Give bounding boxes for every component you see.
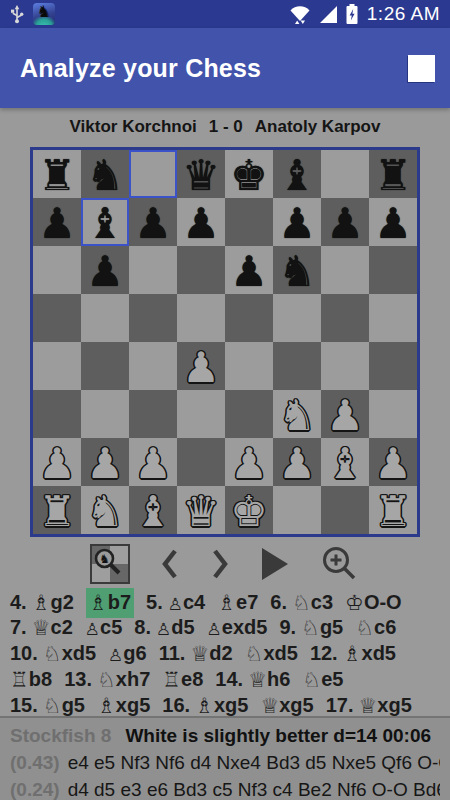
page-title: Analyze your Chess bbox=[20, 54, 408, 83]
black-piece-f7: ♟ bbox=[273, 198, 321, 246]
black-piece-b8: ♞ bbox=[81, 150, 129, 198]
move-text: exd5 bbox=[222, 616, 268, 638]
white-piece-h1: ♜ bbox=[369, 486, 417, 534]
move-c3[interactable]: ♘c3 bbox=[292, 589, 333, 617]
move-number: 8. bbox=[134, 616, 151, 638]
move-c2[interactable]: ♕c2 bbox=[32, 614, 73, 642]
white-piece-b2: ♟ bbox=[81, 438, 129, 486]
move-list[interactable]: 4.♗g2♗b75.♙c4♗e76.♘c3♔O-O7.♕c2♙c58.♙d5♙e… bbox=[0, 586, 450, 722]
move-text: g6 bbox=[123, 642, 146, 664]
square-f1[interactable] bbox=[273, 486, 321, 534]
game-result: 1 - 0 bbox=[209, 117, 243, 139]
move-text: xd5 bbox=[362, 642, 396, 664]
move-text: d2 bbox=[209, 642, 232, 664]
figurine-icon: ♕ bbox=[190, 642, 209, 666]
move-text: xg5 bbox=[279, 694, 313, 716]
engine-status: White is slightly better d=14 00:06 bbox=[125, 723, 431, 749]
move-c5[interactable]: ♙c5 bbox=[85, 614, 123, 642]
move-text: c2 bbox=[51, 616, 73, 638]
square-b2[interactable]: ♟ bbox=[81, 438, 129, 486]
figurine-icon: ♙ bbox=[85, 619, 100, 639]
figurine-icon: ♙ bbox=[108, 645, 123, 665]
square-g2[interactable]: ♝ bbox=[321, 438, 369, 486]
move-exd5[interactable]: ♙exd5 bbox=[207, 614, 268, 642]
square-h8[interactable]: ♜ bbox=[369, 150, 417, 198]
zoom-in-button[interactable] bbox=[320, 544, 360, 584]
square-d2[interactable] bbox=[177, 438, 225, 486]
square-b3[interactable] bbox=[81, 390, 129, 438]
square-g1[interactable] bbox=[321, 486, 369, 534]
square-c4[interactable] bbox=[129, 342, 177, 390]
figurine-icon: ♘ bbox=[97, 668, 116, 692]
black-piece-d7: ♟ bbox=[177, 198, 225, 246]
move-text: g2 bbox=[51, 591, 74, 613]
move-number: 14. bbox=[215, 668, 243, 690]
move-g6[interactable]: ♙g6 bbox=[108, 640, 147, 668]
figurine-icon: ♖ bbox=[162, 668, 181, 692]
analyze-your-chess-app: { "game": "chess", "position": { "fen": … bbox=[0, 0, 450, 800]
engine-panel: Stockfish 8 White is slightly better d=1… bbox=[0, 716, 450, 800]
chevron-right-icon bbox=[210, 548, 230, 580]
black-player-name: Anatoly Karpov bbox=[255, 117, 381, 139]
engine-pv: d4 d5 e3 e6 Bd3 c5 Nf3 c4 Be2 Nf6 O-O Bd… bbox=[68, 776, 440, 800]
figurine-icon: ♘ bbox=[302, 668, 321, 692]
white-piece-d4: ♟ bbox=[177, 342, 225, 390]
app-knight-icon: ♞ bbox=[33, 3, 55, 25]
black-piece-d8: ♛ bbox=[177, 150, 225, 198]
move-text: xg5 bbox=[377, 694, 411, 716]
white-piece-e1: ♚ bbox=[225, 486, 273, 534]
move-number: 4. bbox=[10, 591, 27, 613]
move-text: g5 bbox=[62, 694, 85, 716]
square-a4[interactable] bbox=[33, 342, 81, 390]
square-g4[interactable] bbox=[321, 342, 369, 390]
square-c5[interactable] bbox=[129, 294, 177, 342]
square-e5[interactable] bbox=[225, 294, 273, 342]
move-text: d5 bbox=[171, 616, 194, 638]
square-b1[interactable]: ♞ bbox=[81, 486, 129, 534]
square-d5[interactable] bbox=[177, 294, 225, 342]
figurine-icon: ♘ bbox=[43, 642, 62, 666]
move-text: xd5 bbox=[263, 642, 297, 664]
move-text: xh7 bbox=[116, 668, 150, 690]
square-h3[interactable] bbox=[369, 390, 417, 438]
engine-eval: (0.43) bbox=[10, 749, 60, 776]
move-text: O-O bbox=[364, 591, 402, 613]
figurine-icon: ♘ bbox=[292, 591, 311, 615]
square-d1[interactable]: ♛ bbox=[177, 486, 225, 534]
move-text: xd5 bbox=[62, 642, 96, 664]
white-piece-a1: ♜ bbox=[33, 486, 81, 534]
white-to-move-indicator[interactable] bbox=[408, 55, 435, 82]
move-xd5[interactable]: ♗xd5 bbox=[343, 640, 396, 668]
move-text: b8 bbox=[29, 668, 52, 690]
move-d2[interactable]: ♕d2 bbox=[190, 640, 232, 668]
move-g2[interactable]: ♗g2 bbox=[32, 589, 74, 617]
board-magnifier-knight-icon: ♞ bbox=[92, 546, 128, 582]
square-d3[interactable] bbox=[177, 390, 225, 438]
square-g5[interactable] bbox=[321, 294, 369, 342]
square-a3[interactable] bbox=[33, 390, 81, 438]
figurine-icon: ♙ bbox=[207, 619, 222, 639]
move-number: 15. bbox=[10, 694, 38, 716]
move-e7[interactable]: ♗e7 bbox=[217, 589, 258, 617]
square-g6[interactable] bbox=[321, 246, 369, 294]
move-text: xg5 bbox=[116, 694, 150, 716]
figurine-icon: ♗ bbox=[32, 591, 51, 615]
figurine-icon: ♕ bbox=[248, 668, 267, 692]
move-number: 5. bbox=[146, 591, 163, 613]
chevron-left-icon bbox=[160, 548, 180, 580]
square-b5[interactable] bbox=[81, 294, 129, 342]
square-e3[interactable] bbox=[225, 390, 273, 438]
square-h7[interactable]: ♟ bbox=[369, 198, 417, 246]
move-c6[interactable]: ♘c6 bbox=[355, 614, 396, 642]
square-a5[interactable] bbox=[33, 294, 81, 342]
move-text: e5 bbox=[321, 668, 343, 690]
black-piece-c7: ♟ bbox=[129, 198, 177, 246]
square-f5[interactable] bbox=[273, 294, 321, 342]
move-line: 7.♕c2♙c58.♙d5♙exd59.♘g5♘c6 bbox=[10, 614, 450, 640]
square-h4[interactable] bbox=[369, 342, 417, 390]
square-g8[interactable] bbox=[321, 150, 369, 198]
white-piece-e2: ♟ bbox=[225, 438, 273, 486]
magnifier-plus-icon bbox=[320, 544, 360, 584]
move-O-O[interactable]: ♔O-O bbox=[345, 589, 402, 617]
play-button[interactable] bbox=[260, 547, 290, 581]
square-c3[interactable] bbox=[129, 390, 177, 438]
white-piece-a2: ♟ bbox=[33, 438, 81, 486]
next-move-button[interactable] bbox=[210, 548, 230, 580]
white-piece-b1: ♞ bbox=[81, 486, 129, 534]
clock-time: 1:26 AM bbox=[367, 3, 440, 25]
move-number: 12. bbox=[310, 642, 338, 664]
square-e2[interactable]: ♟ bbox=[225, 438, 273, 486]
engine-line: (0.43)e4 e5 Nf3 Nf6 d4 Nxe4 Bd3 d5 Nxe5 … bbox=[10, 749, 440, 776]
move-xd5[interactable]: ♘xd5 bbox=[245, 640, 298, 668]
move-text: b7 bbox=[108, 591, 131, 613]
battery-charging-icon bbox=[346, 4, 358, 24]
move-c4[interactable]: ♙c4 bbox=[168, 589, 206, 617]
move-number: 13. bbox=[64, 668, 92, 690]
figurine-icon: ♕ bbox=[260, 694, 279, 718]
figurine-icon: ♕ bbox=[32, 616, 51, 640]
figurine-icon: ♘ bbox=[43, 694, 62, 718]
square-c7[interactable]: ♟ bbox=[129, 198, 177, 246]
black-piece-b7: ♝ bbox=[81, 198, 129, 246]
square-c6[interactable] bbox=[129, 246, 177, 294]
square-e8[interactable]: ♚ bbox=[225, 150, 273, 198]
black-piece-h7: ♟ bbox=[369, 198, 417, 246]
figurine-icon: ♘ bbox=[355, 616, 374, 640]
move-line: 10.♘xd5♙g611.♕d2♘xd512.♗xd5 bbox=[10, 640, 450, 666]
black-piece-e6: ♟ bbox=[225, 246, 273, 294]
black-piece-a8: ♜ bbox=[33, 150, 81, 198]
square-h5[interactable] bbox=[369, 294, 417, 342]
wifi-icon bbox=[289, 4, 311, 24]
play-icon bbox=[260, 547, 290, 581]
figurine-icon: ♙ bbox=[168, 594, 183, 614]
square-f2[interactable]: ♟ bbox=[273, 438, 321, 486]
move-b8[interactable]: ♖b8 bbox=[10, 666, 52, 694]
move-number: 17. bbox=[326, 694, 354, 716]
square-f4[interactable] bbox=[273, 342, 321, 390]
move-text: h6 bbox=[267, 668, 290, 690]
square-d7[interactable]: ♟ bbox=[177, 198, 225, 246]
move-text: c6 bbox=[374, 616, 396, 638]
square-h6[interactable] bbox=[369, 246, 417, 294]
move-text: c5 bbox=[100, 616, 122, 638]
figurine-icon: ♗ bbox=[217, 591, 236, 615]
previous-move-button[interactable] bbox=[160, 548, 180, 580]
usb-icon bbox=[10, 5, 24, 24]
status-bar: ♞ 1:26 AM bbox=[0, 0, 450, 28]
figurine-icon: ♘ bbox=[245, 642, 264, 666]
move-d5[interactable]: ♙d5 bbox=[156, 614, 195, 642]
white-piece-f2: ♟ bbox=[273, 438, 321, 486]
figurine-icon: ♗ bbox=[195, 694, 214, 718]
black-piece-f6: ♞ bbox=[273, 246, 321, 294]
black-piece-a7: ♟ bbox=[33, 198, 81, 246]
move-text: xg5 bbox=[214, 694, 248, 716]
white-piece-c2: ♟ bbox=[129, 438, 177, 486]
figurine-icon: ♗ bbox=[89, 591, 108, 615]
move-line: 15.♘g5♗xg516.♗xg5♕xg517.♕xg5 bbox=[10, 692, 450, 718]
move-number: 10. bbox=[10, 642, 38, 664]
chess-board[interactable]: ♜♞♛♚♝♜♟♝♟♟♟♟♟♟♟♞♟♞♟♟♟♟♟♟♝♟♜♞♝♛♚♜ bbox=[30, 147, 420, 537]
move-text: c3 bbox=[311, 591, 333, 613]
move-e5[interactable]: ♘e5 bbox=[302, 666, 343, 694]
square-d8[interactable]: ♛ bbox=[177, 150, 225, 198]
square-b8[interactable]: ♞ bbox=[81, 150, 129, 198]
game-header: Viktor Korchnoi 1 - 0 Anatoly Karpov bbox=[0, 117, 450, 139]
black-piece-h8: ♜ bbox=[369, 150, 417, 198]
figurine-icon: ♔ bbox=[345, 591, 364, 615]
white-piece-g3: ♟ bbox=[321, 390, 369, 438]
engine-line: (0.24)d4 d5 e3 e6 Bd3 c5 Nf3 c4 Be2 Nf6 … bbox=[10, 776, 440, 800]
square-h2[interactable]: ♟ bbox=[369, 438, 417, 486]
square-d4[interactable]: ♟ bbox=[177, 342, 225, 390]
figurine-icon: ♗ bbox=[343, 642, 362, 666]
signal-icon bbox=[320, 6, 337, 23]
app-bar: Analyze your Chess bbox=[0, 28, 450, 108]
move-number: 11. bbox=[159, 642, 186, 664]
square-e7[interactable] bbox=[225, 198, 273, 246]
square-c8[interactable] bbox=[129, 150, 177, 198]
move-number: 9. bbox=[279, 616, 296, 638]
square-b6[interactable]: ♟ bbox=[81, 246, 129, 294]
move-h6[interactable]: ♕h6 bbox=[248, 666, 290, 694]
figurine-icon: ♗ bbox=[97, 694, 116, 718]
figurine-icon: ♖ bbox=[10, 668, 29, 692]
move-g5[interactable]: ♘g5 bbox=[301, 614, 343, 642]
white-piece-c1: ♝ bbox=[129, 486, 177, 534]
black-piece-g7: ♟ bbox=[321, 198, 369, 246]
svg-text:♞: ♞ bbox=[99, 552, 110, 566]
move-text: e8 bbox=[181, 668, 203, 690]
black-piece-b6: ♟ bbox=[81, 246, 129, 294]
white-player-name: Viktor Korchnoi bbox=[70, 117, 197, 139]
move-number: 6. bbox=[270, 591, 287, 613]
controls-row: ♞ bbox=[0, 542, 450, 586]
move-xd5[interactable]: ♘xd5 bbox=[43, 640, 96, 668]
square-f6[interactable]: ♞ bbox=[273, 246, 321, 294]
black-piece-e8: ♚ bbox=[225, 150, 273, 198]
square-f7[interactable]: ♟ bbox=[273, 198, 321, 246]
square-g7[interactable]: ♟ bbox=[321, 198, 369, 246]
figurine-icon: ♙ bbox=[156, 619, 171, 639]
square-a2[interactable]: ♟ bbox=[33, 438, 81, 486]
square-e1[interactable]: ♚ bbox=[225, 486, 273, 534]
figurine-icon: ♕ bbox=[359, 694, 378, 718]
move-number: 16. bbox=[162, 694, 190, 716]
board-search-button[interactable]: ♞ bbox=[90, 544, 130, 584]
square-h1[interactable]: ♜ bbox=[369, 486, 417, 534]
move-text: e7 bbox=[236, 591, 258, 613]
move-e8[interactable]: ♖e8 bbox=[162, 666, 203, 694]
square-c1[interactable]: ♝ bbox=[129, 486, 177, 534]
white-piece-g2: ♝ bbox=[321, 438, 369, 486]
square-b4[interactable] bbox=[81, 342, 129, 390]
move-line: ♖b813.♘xh7♖e814.♕h6♘e5 bbox=[10, 666, 450, 692]
engine-eval: (0.24) bbox=[10, 776, 60, 800]
move-line: 4.♗g2♗b75.♙c4♗e76.♘c3♔O-O bbox=[10, 588, 450, 614]
square-a1[interactable]: ♜ bbox=[33, 486, 81, 534]
white-piece-h2: ♟ bbox=[369, 438, 417, 486]
white-piece-d1: ♛ bbox=[177, 486, 225, 534]
square-e6[interactable]: ♟ bbox=[225, 246, 273, 294]
engine-name: Stockfish 8 bbox=[10, 723, 111, 749]
square-c2[interactable]: ♟ bbox=[129, 438, 177, 486]
move-xh7[interactable]: ♘xh7 bbox=[97, 666, 150, 694]
black-piece-f8: ♝ bbox=[273, 150, 321, 198]
engine-pv: e4 e5 Nf3 Nf6 d4 Nxe4 Bd3 d5 Nxe5 Qf6 O-… bbox=[68, 749, 440, 776]
move-text: g5 bbox=[320, 616, 343, 638]
square-b7[interactable]: ♝ bbox=[81, 198, 129, 246]
square-f8[interactable]: ♝ bbox=[273, 150, 321, 198]
move-text: c4 bbox=[183, 591, 205, 613]
square-g3[interactable]: ♟ bbox=[321, 390, 369, 438]
square-a6[interactable] bbox=[33, 246, 81, 294]
white-piece-f3: ♞ bbox=[273, 390, 321, 438]
square-a8[interactable]: ♜ bbox=[33, 150, 81, 198]
square-f3[interactable]: ♞ bbox=[273, 390, 321, 438]
square-d6[interactable] bbox=[177, 246, 225, 294]
square-e4[interactable] bbox=[225, 342, 273, 390]
move-number: 7. bbox=[10, 616, 27, 638]
square-a7[interactable]: ♟ bbox=[33, 198, 81, 246]
figurine-icon: ♘ bbox=[301, 616, 320, 640]
engine-lines: (0.43)e4 e5 Nf3 Nf6 d4 Nxe4 Bd3 d5 Nxe5 … bbox=[10, 749, 440, 800]
